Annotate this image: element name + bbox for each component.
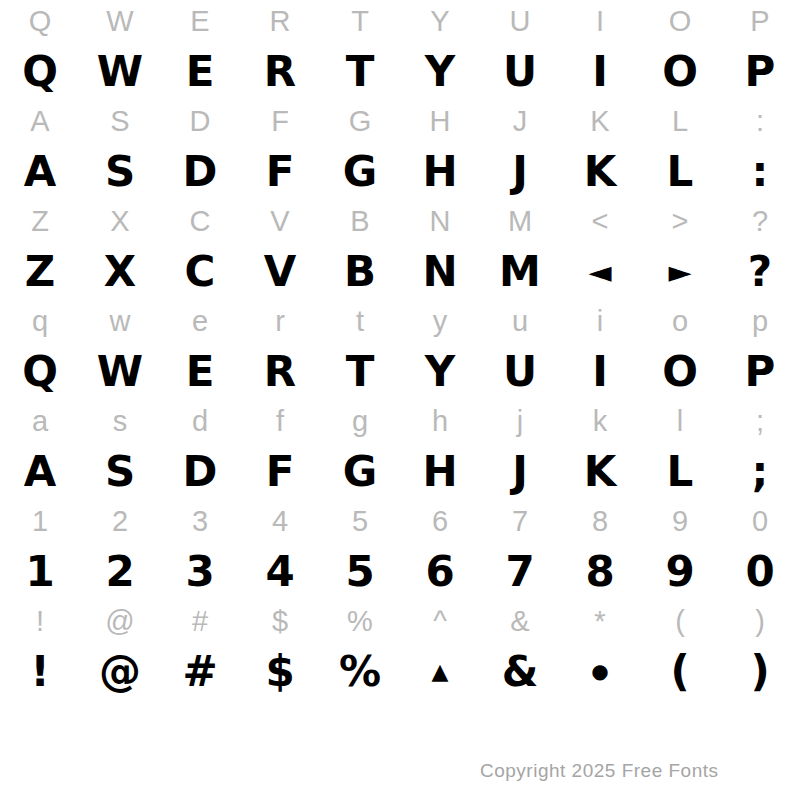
label-row: 1234567890 [0,500,800,542]
character-row-pair: !@#$%^&*()!@#$%▲&●() [0,600,800,700]
glyph-cell: W [80,342,160,400]
label-cell: * [560,600,640,642]
glyph-cell: T [320,342,400,400]
glyph-cell: : [720,142,800,200]
label-cell: ( [640,600,720,642]
glyph-cell: ! [0,642,80,700]
glyph-cell: U [480,342,560,400]
glyph-cell: E [160,42,240,100]
label-cell: p [720,300,800,342]
glyph-cell: L [640,442,720,500]
label-cell: $ [240,600,320,642]
label-cell: K [560,100,640,142]
label-cell: H [400,100,480,142]
glyph-cell: G [320,142,400,200]
glyph-cell: F [240,142,320,200]
label-cell: 9 [640,500,720,542]
glyph-cell: 1 [0,542,80,600]
glyph-cell: H [400,142,480,200]
label-cell: 5 [320,500,400,542]
glyph-cell: ) [720,642,800,700]
glyph-cell: L [640,142,720,200]
label-cell: 7 [480,500,560,542]
glyph-cell: Y [400,42,480,100]
label-cell: ^ [400,600,480,642]
glyph-cell: ► [640,242,720,300]
label-cell: # [160,600,240,642]
glyph-cell: S [80,442,160,500]
label-cell: 2 [80,500,160,542]
glyph-cell: F [240,442,320,500]
glyph-cell: 4 [240,542,320,600]
glyph-cell: @ [80,642,160,700]
label-cell: S [80,100,160,142]
glyph-cell: W [80,42,160,100]
glyph-cell: N [400,242,480,300]
label-cell: Q [0,0,80,42]
label-cell: L [640,100,720,142]
label-cell: B [320,200,400,242]
glyph-cell: B [320,242,400,300]
glyph-cell: 7 [480,542,560,600]
glyph-row: ASDFGHJKL: [0,142,800,200]
glyph-cell: M [480,242,560,300]
glyph-cell: O [640,342,720,400]
label-cell: ; [720,400,800,442]
glyph-cell: % [320,642,400,700]
character-row-pair: ASDFGHJKL:ASDFGHJKL: [0,100,800,200]
label-cell: ? [720,200,800,242]
label-cell: o [640,300,720,342]
label-cell: y [400,300,480,342]
label-cell: r [240,300,320,342]
glyph-cell: X [80,242,160,300]
character-row-pair: asdfghjkl;ASDFGHJKL; [0,400,800,500]
glyph-cell: 2 [80,542,160,600]
glyph-row: !@#$%▲&●() [0,642,800,700]
label-cell: E [160,0,240,42]
glyph-cell: ( [640,642,720,700]
label-row: asdfghjkl; [0,400,800,442]
label-cell: R [240,0,320,42]
character-row-pair: QWERTYUIOPQWERTYUIOP [0,0,800,100]
glyph-cell: 3 [160,542,240,600]
label-cell: < [560,200,640,242]
glyph-cell: Q [0,342,80,400]
glyph-cell: C [160,242,240,300]
glyph-cell: Y [400,342,480,400]
glyph-cell: J [480,442,560,500]
glyph-cell: A [0,142,80,200]
glyph-cell: I [560,342,640,400]
label-cell: q [0,300,80,342]
label-cell: j [480,400,560,442]
glyph-cell: ● [560,642,640,700]
label-cell: T [320,0,400,42]
glyph-cell: ; [720,442,800,500]
glyph-cell: E [160,342,240,400]
label-row: QWERTYUIOP [0,0,800,42]
label-cell: a [0,400,80,442]
glyph-cell: & [480,642,560,700]
label-cell: u [480,300,560,342]
label-cell: C [160,200,240,242]
label-cell: X [80,200,160,242]
glyph-row: ASDFGHJKL; [0,442,800,500]
glyph-cell: K [560,442,640,500]
glyph-cell: T [320,42,400,100]
character-row-pair: qwertyuiopQWERTYUIOP [0,300,800,400]
glyph-cell: S [80,142,160,200]
glyph-cell: # [160,642,240,700]
label-cell: J [480,100,560,142]
character-row-pair: ZXCVBNM<>?ZXCVBNM◄►? [0,200,800,300]
glyph-cell: 5 [320,542,400,600]
glyph-row: QWERTYUIOP [0,42,800,100]
label-cell: g [320,400,400,442]
label-cell: ! [0,600,80,642]
glyph-cell: V [240,242,320,300]
label-cell: A [0,100,80,142]
character-grid: QWERTYUIOPQWERTYUIOPASDFGHJKL:ASDFGHJKL:… [0,0,800,700]
label-cell: P [720,0,800,42]
glyph-row: ZXCVBNM◄►? [0,242,800,300]
label-cell: I [560,0,640,42]
glyph-cell: $ [240,642,320,700]
glyph-cell: R [240,342,320,400]
label-cell: w [80,300,160,342]
character-row-pair: 12345678901234567890 [0,500,800,600]
glyph-cell: O [640,42,720,100]
glyph-cell: I [560,42,640,100]
label-cell: M [480,200,560,242]
glyph-row: QWERTYUIOP [0,342,800,400]
glyph-cell: G [320,442,400,500]
glyph-cell: 8 [560,542,640,600]
glyph-cell: Z [0,242,80,300]
glyph-cell: J [480,142,560,200]
glyph-cell: 0 [720,542,800,600]
glyph-cell: Q [0,42,80,100]
label-cell: t [320,300,400,342]
label-cell: h [400,400,480,442]
label-cell: N [400,200,480,242]
glyph-cell: A [0,442,80,500]
glyph-cell: P [720,42,800,100]
label-cell: > [640,200,720,242]
label-cell: W [80,0,160,42]
label-cell: % [320,600,400,642]
glyph-cell: D [160,442,240,500]
glyph-cell: P [720,342,800,400]
label-cell: @ [80,600,160,642]
label-row: qwertyuiop [0,300,800,342]
glyph-cell: ? [720,242,800,300]
label-cell: : [720,100,800,142]
label-cell: ) [720,600,800,642]
label-cell: G [320,100,400,142]
glyph-row: 1234567890 [0,542,800,600]
glyph-cell: 6 [400,542,480,600]
label-cell: 0 [720,500,800,542]
label-cell: U [480,0,560,42]
label-cell: l [640,400,720,442]
label-cell: V [240,200,320,242]
label-cell: 4 [240,500,320,542]
label-row: ASDFGHJKL: [0,100,800,142]
label-cell: 3 [160,500,240,542]
glyph-cell: U [480,42,560,100]
label-cell: d [160,400,240,442]
copyright-text: Copyright 2025 Free Fonts [480,760,719,782]
label-cell: 6 [400,500,480,542]
glyph-cell: H [400,442,480,500]
label-cell: 1 [0,500,80,542]
label-cell: Z [0,200,80,242]
glyph-cell: R [240,42,320,100]
label-cell: f [240,400,320,442]
glyph-cell: D [160,142,240,200]
glyph-cell: ▲ [400,642,480,700]
label-cell: Y [400,0,480,42]
label-cell: O [640,0,720,42]
label-row: !@#$%^&*() [0,600,800,642]
label-cell: D [160,100,240,142]
label-cell: e [160,300,240,342]
glyph-cell: K [560,142,640,200]
label-cell: 8 [560,500,640,542]
label-row: ZXCVBNM<>? [0,200,800,242]
label-cell: F [240,100,320,142]
glyph-cell: ◄ [560,242,640,300]
label-cell: k [560,400,640,442]
label-cell: & [480,600,560,642]
glyph-cell: 9 [640,542,720,600]
label-cell: s [80,400,160,442]
label-cell: i [560,300,640,342]
